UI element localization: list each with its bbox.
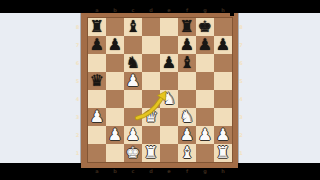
- square-e6[interactable]: ♟: [160, 54, 178, 72]
- black-pawn[interactable]: ♟: [196, 35, 214, 54]
- video-frame: ♜♝♜♚♟♟♟♟♟♞♟♝♛♟♞♟♛♞♟♟♟♟♟♚♜♝♜ aabbccddeeff…: [0, 0, 320, 180]
- file-label-b-bottom: b: [106, 169, 124, 174]
- square-e2[interactable]: [160, 126, 178, 144]
- square-g4[interactable]: [196, 90, 214, 108]
- square-e1[interactable]: [160, 144, 178, 162]
- file-label-a-bottom: a: [88, 169, 106, 174]
- black-pawn[interactable]: ♟: [214, 35, 232, 54]
- square-d5[interactable]: [142, 72, 160, 90]
- black-pawn[interactable]: ♟: [160, 53, 178, 72]
- square-c3[interactable]: [124, 108, 142, 126]
- file-label-d-bottom: d: [142, 169, 160, 174]
- white-knight[interactable]: ♞: [178, 107, 196, 126]
- square-d4[interactable]: [142, 90, 160, 108]
- square-a6[interactable]: [88, 54, 106, 72]
- white-pawn[interactable]: ♟: [214, 125, 232, 144]
- white-bishop[interactable]: ♝: [178, 143, 196, 162]
- square-g2[interactable]: ♟: [196, 126, 214, 144]
- square-e7[interactable]: [160, 36, 178, 54]
- square-g3[interactable]: [196, 108, 214, 126]
- square-h2[interactable]: ♟: [214, 126, 232, 144]
- file-label-b-top: b: [106, 8, 124, 13]
- black-rook[interactable]: ♜: [178, 17, 196, 36]
- square-a5[interactable]: ♛: [88, 72, 106, 90]
- black-pawn[interactable]: ♟: [88, 35, 106, 54]
- white-pawn[interactable]: ♟: [178, 125, 196, 144]
- square-d3[interactable]: ♛: [142, 108, 160, 126]
- square-c2[interactable]: ♟: [124, 126, 142, 144]
- square-f3[interactable]: ♞: [178, 108, 196, 126]
- file-label-c-top: c: [124, 8, 142, 13]
- square-f2[interactable]: ♟: [178, 126, 196, 144]
- file-label-c-bottom: c: [124, 169, 142, 174]
- file-label-g-top: g: [196, 8, 214, 13]
- square-h3[interactable]: [214, 108, 232, 126]
- white-pawn[interactable]: ♟: [106, 125, 124, 144]
- black-to-move-indicator: [230, 12, 234, 16]
- square-e4[interactable]: ♞: [160, 90, 178, 108]
- file-label-f-top: f: [178, 8, 196, 13]
- white-rook[interactable]: ♜: [142, 143, 160, 162]
- white-queen[interactable]: ♛: [142, 107, 160, 126]
- white-knight[interactable]: ♞: [160, 89, 178, 108]
- black-bishop[interactable]: ♝: [124, 17, 142, 36]
- square-d2[interactable]: [142, 126, 160, 144]
- black-king[interactable]: ♚: [196, 17, 214, 36]
- white-pawn[interactable]: ♟: [124, 125, 142, 144]
- square-g6[interactable]: [196, 54, 214, 72]
- square-g8[interactable]: ♚: [196, 18, 214, 36]
- black-bishop[interactable]: ♝: [178, 53, 196, 72]
- square-f7[interactable]: ♟: [178, 36, 196, 54]
- square-f8[interactable]: ♜: [178, 18, 196, 36]
- square-h7[interactable]: ♟: [214, 36, 232, 54]
- square-h8[interactable]: [214, 18, 232, 36]
- square-g7[interactable]: ♟: [196, 36, 214, 54]
- white-king[interactable]: ♚: [124, 143, 142, 162]
- black-rook[interactable]: ♜: [88, 17, 106, 36]
- square-b6[interactable]: [106, 54, 124, 72]
- file-label-a-top: a: [88, 8, 106, 13]
- file-label-e-top: e: [160, 8, 178, 13]
- square-a2[interactable]: [88, 126, 106, 144]
- white-pawn[interactable]: ♟: [124, 71, 142, 90]
- square-c5[interactable]: ♟: [124, 72, 142, 90]
- square-a8[interactable]: ♜: [88, 18, 106, 36]
- square-b4[interactable]: [106, 90, 124, 108]
- square-d6[interactable]: [142, 54, 160, 72]
- square-f6[interactable]: ♝: [178, 54, 196, 72]
- square-a1[interactable]: [88, 144, 106, 162]
- square-b1[interactable]: [106, 144, 124, 162]
- square-b7[interactable]: ♟: [106, 36, 124, 54]
- square-a3[interactable]: ♟: [88, 108, 106, 126]
- square-c6[interactable]: ♞: [124, 54, 142, 72]
- square-a4[interactable]: [88, 90, 106, 108]
- square-f5[interactable]: [178, 72, 196, 90]
- square-a7[interactable]: ♟: [88, 36, 106, 54]
- square-b3[interactable]: [106, 108, 124, 126]
- square-h6[interactable]: [214, 54, 232, 72]
- square-c7[interactable]: [124, 36, 142, 54]
- black-pawn[interactable]: ♟: [178, 35, 196, 54]
- chess-board: ♜♝♜♚♟♟♟♟♟♞♟♝♛♟♞♟♛♞♟♟♟♟♟♚♜♝♜ aabbccddeeff…: [81, 13, 238, 168]
- square-c4[interactable]: [124, 90, 142, 108]
- square-f1[interactable]: ♝: [178, 144, 196, 162]
- white-pawn[interactable]: ♟: [88, 107, 106, 126]
- board-grid: ♜♝♜♚♟♟♟♟♟♞♟♝♛♟♞♟♛♞♟♟♟♟♟♚♜♝♜: [88, 18, 232, 162]
- square-d1[interactable]: ♜: [142, 144, 160, 162]
- square-h5[interactable]: [214, 72, 232, 90]
- square-c8[interactable]: ♝: [124, 18, 142, 36]
- square-d8[interactable]: [142, 18, 160, 36]
- square-e3[interactable]: [160, 108, 178, 126]
- square-b2[interactable]: ♟: [106, 126, 124, 144]
- file-label-d-top: d: [142, 8, 160, 13]
- square-c1[interactable]: ♚: [124, 144, 142, 162]
- square-b5[interactable]: [106, 72, 124, 90]
- white-rook[interactable]: ♜: [214, 143, 232, 162]
- square-g5[interactable]: [196, 72, 214, 90]
- file-label-e-bottom: e: [160, 169, 178, 174]
- square-f4[interactable]: [178, 90, 196, 108]
- square-h4[interactable]: [214, 90, 232, 108]
- file-label-f-bottom: f: [178, 169, 196, 174]
- square-e8[interactable]: [160, 18, 178, 36]
- square-d7[interactable]: [142, 36, 160, 54]
- black-pawn[interactable]: ♟: [106, 35, 124, 54]
- black-knight[interactable]: ♞: [124, 53, 142, 72]
- file-label-h-bottom: h: [214, 169, 232, 174]
- white-pawn[interactable]: ♟: [196, 125, 214, 144]
- square-e5[interactable]: [160, 72, 178, 90]
- square-b8[interactable]: [106, 18, 124, 36]
- square-h1[interactable]: ♜: [214, 144, 232, 162]
- file-label-g-bottom: g: [196, 169, 214, 174]
- square-g1[interactable]: [196, 144, 214, 162]
- black-queen[interactable]: ♛: [88, 71, 106, 90]
